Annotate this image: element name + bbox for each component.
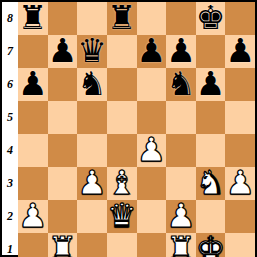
square-b5[interactable]	[48, 101, 78, 134]
rank-label-5: 5	[2, 101, 18, 134]
square-g1[interactable]: ♚	[196, 233, 226, 257]
rank-label-4: 4	[2, 134, 18, 167]
chess-diagram: 87654321 ♜♜♚♟♛♟♟♟♟♞♞♟♟♟♝♞♟♟♛♟♜♜♚ abcdefg…	[0, 0, 257, 257]
square-d8[interactable]: ♜	[107, 2, 137, 35]
black-pawn-f7: ♟	[166, 34, 196, 67]
rank-label-3: 3	[2, 167, 18, 200]
black-pawn-b7: ♟	[48, 34, 78, 67]
square-b4[interactable]	[48, 134, 78, 167]
square-g3[interactable]: ♞	[196, 167, 226, 200]
rank-label-1: 1	[2, 233, 18, 257]
rank-label-7: 7	[2, 35, 18, 68]
square-d7[interactable]	[107, 35, 137, 68]
black-pawn-e7: ♟	[137, 34, 167, 67]
black-pawn-g6: ♟	[196, 67, 226, 100]
square-g5[interactable]	[196, 101, 226, 134]
square-f4[interactable]	[166, 134, 196, 167]
white-queen-d2: ♛	[107, 199, 137, 232]
square-c2[interactable]	[77, 200, 107, 233]
square-e2[interactable]	[137, 200, 167, 233]
square-a6[interactable]: ♟	[18, 68, 48, 101]
square-d6[interactable]	[107, 68, 137, 101]
rank-label-2: 2	[2, 200, 18, 233]
white-king-g1: ♚	[196, 232, 226, 257]
white-rook-f1: ♜	[166, 232, 196, 257]
square-h1[interactable]	[225, 233, 255, 257]
rank-label-8: 8	[2, 2, 18, 35]
square-h2[interactable]	[225, 200, 255, 233]
square-c3[interactable]: ♟	[77, 167, 107, 200]
black-queen-c7: ♛	[77, 34, 107, 67]
white-pawn-c3: ♟	[77, 166, 107, 199]
square-a1[interactable]	[18, 233, 48, 257]
square-h5[interactable]	[225, 101, 255, 134]
chess-board: ♜♜♚♟♛♟♟♟♟♞♞♟♟♟♝♞♟♟♛♟♜♜♚	[18, 2, 255, 257]
black-pawn-a6: ♟	[18, 67, 48, 100]
square-f6[interactable]: ♞	[166, 68, 196, 101]
square-h6[interactable]	[225, 68, 255, 101]
square-a2[interactable]: ♟	[18, 200, 48, 233]
white-pawn-e4: ♟	[137, 133, 167, 166]
square-d2[interactable]: ♛	[107, 200, 137, 233]
square-e3[interactable]	[137, 167, 167, 200]
square-c6[interactable]: ♞	[77, 68, 107, 101]
black-rook-a8: ♜	[18, 1, 48, 34]
white-pawn-f2: ♟	[166, 199, 196, 232]
white-knight-g3: ♞	[196, 166, 226, 199]
black-knight-f6: ♞	[166, 67, 196, 100]
square-d5[interactable]	[107, 101, 137, 134]
white-bishop-d3: ♝	[107, 166, 137, 199]
square-g8[interactable]: ♚	[196, 2, 226, 35]
square-b1[interactable]: ♜	[48, 233, 78, 257]
square-e6[interactable]	[137, 68, 167, 101]
square-f5[interactable]	[166, 101, 196, 134]
rank-label-6: 6	[2, 68, 18, 101]
square-b7[interactable]: ♟	[48, 35, 78, 68]
rank-labels: 87654321	[2, 2, 18, 257]
square-g6[interactable]: ♟	[196, 68, 226, 101]
white-pawn-h3: ♟	[225, 166, 255, 199]
black-pawn-h7: ♟	[225, 34, 255, 67]
black-king-g8: ♚	[196, 1, 226, 34]
square-a8[interactable]: ♜	[18, 2, 48, 35]
square-e1[interactable]	[137, 233, 167, 257]
white-rook-b1: ♜	[48, 232, 78, 257]
square-h7[interactable]: ♟	[225, 35, 255, 68]
white-pawn-a2: ♟	[18, 199, 48, 232]
square-e7[interactable]: ♟	[137, 35, 167, 68]
black-rook-d8: ♜	[107, 1, 137, 34]
black-knight-c6: ♞	[77, 67, 107, 100]
square-d1[interactable]	[107, 233, 137, 257]
square-a4[interactable]	[18, 134, 48, 167]
square-c1[interactable]	[77, 233, 107, 257]
square-c5[interactable]	[77, 101, 107, 134]
square-b3[interactable]	[48, 167, 78, 200]
square-a5[interactable]	[18, 101, 48, 134]
square-f1[interactable]: ♜	[166, 233, 196, 257]
square-e4[interactable]: ♟	[137, 134, 167, 167]
square-h3[interactable]: ♟	[225, 167, 255, 200]
square-b6[interactable]	[48, 68, 78, 101]
